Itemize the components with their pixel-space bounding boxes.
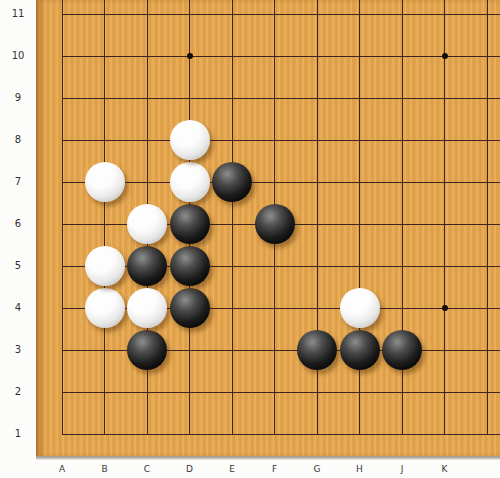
- col-label-H: H: [351, 462, 369, 476]
- col-label-D: D: [181, 462, 199, 476]
- white-stone-B5: [85, 246, 125, 286]
- grid-line-col-E: [232, 0, 233, 435]
- star-point-D10: [187, 53, 193, 59]
- row-label-9: 9: [3, 92, 33, 104]
- white-stone-C6: [127, 204, 167, 244]
- go-board-screenshot: 1110987654321 ABCDEFGHJK: [0, 0, 500, 478]
- black-stone-G3: [297, 330, 337, 370]
- row-labels: 1110987654321: [0, 0, 36, 478]
- col-label-G: G: [308, 462, 326, 476]
- black-stone-D5: [170, 246, 210, 286]
- black-stone-D4: [170, 288, 210, 328]
- black-stone-E7: [212, 162, 252, 202]
- row-label-7: 7: [3, 176, 33, 188]
- col-label-E: E: [223, 462, 241, 476]
- row-label-8: 8: [3, 134, 33, 146]
- col-label-B: B: [96, 462, 114, 476]
- grid-line-row-2: [62, 392, 500, 393]
- black-stone-F6: [255, 204, 295, 244]
- grid-line-row-1: [62, 434, 500, 435]
- grid-line-row-8: [62, 140, 500, 141]
- row-label-11: 11: [3, 8, 33, 20]
- row-label-3: 3: [3, 344, 33, 356]
- row-label-2: 2: [3, 386, 33, 398]
- star-point-K10: [442, 53, 448, 59]
- black-stone-C3: [127, 330, 167, 370]
- star-point-K4: [442, 305, 448, 311]
- black-stone-J3: [382, 330, 422, 370]
- grid-line-col-L: [487, 0, 488, 435]
- black-stone-D6: [170, 204, 210, 244]
- grid-line-row-7: [62, 182, 500, 183]
- grid-line-row-9: [62, 98, 500, 99]
- col-label-K: K: [436, 462, 454, 476]
- grid-line-col-B: [104, 0, 105, 435]
- col-label-J: J: [393, 462, 411, 476]
- white-stone-H4: [340, 288, 380, 328]
- col-label-A: A: [53, 462, 71, 476]
- col-label-F: F: [266, 462, 284, 476]
- row-label-10: 10: [3, 50, 33, 62]
- grid-line-col-K: [444, 0, 445, 435]
- grid-line-row-10: [62, 56, 500, 57]
- row-label-6: 6: [3, 218, 33, 230]
- row-label-5: 5: [3, 260, 33, 272]
- white-stone-B4: [85, 288, 125, 328]
- white-stone-C4: [127, 288, 167, 328]
- column-labels: ABCDEFGHJK: [36, 460, 500, 478]
- go-board[interactable]: [36, 0, 500, 457]
- row-label-1: 1: [3, 428, 33, 440]
- row-label-4: 4: [3, 302, 33, 314]
- grid-line-col-A: [62, 0, 63, 435]
- white-stone-D8: [170, 120, 210, 160]
- col-label-C: C: [138, 462, 156, 476]
- black-stone-H3: [340, 330, 380, 370]
- white-stone-B7: [85, 162, 125, 202]
- white-stone-D7: [170, 162, 210, 202]
- black-stone-C5: [127, 246, 167, 286]
- grid-line-row-11: [62, 14, 500, 15]
